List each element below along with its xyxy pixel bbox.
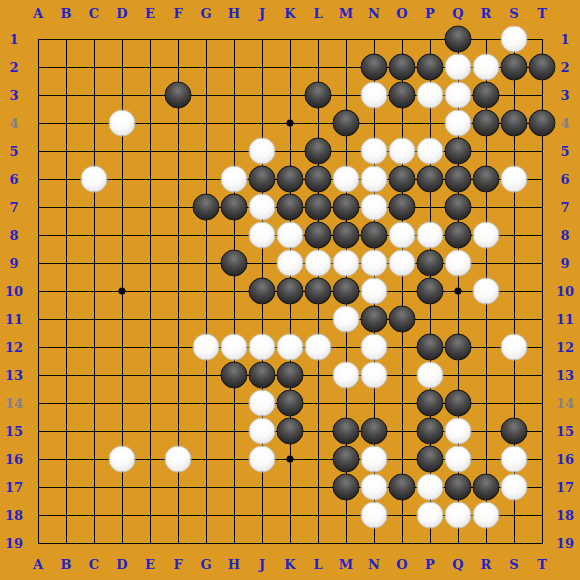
row-label-right-11: 11 — [556, 313, 574, 326]
stone-white-C6[interactable] — [81, 166, 108, 193]
col-label-bottom-M: M — [339, 558, 353, 571]
stone-black-K14[interactable] — [277, 390, 304, 417]
stone-black-S4[interactable] — [501, 110, 528, 137]
stone-black-Q7[interactable] — [445, 194, 472, 221]
stone-black-O6[interactable] — [389, 166, 416, 193]
row-label-right-12: 12 — [556, 341, 574, 354]
stone-white-Q2[interactable] — [445, 54, 472, 81]
stone-white-J16[interactable] — [249, 446, 276, 473]
stone-black-O7[interactable] — [389, 194, 416, 221]
stone-black-L7[interactable] — [305, 194, 332, 221]
stone-black-M15[interactable] — [333, 418, 360, 445]
stone-white-S1[interactable] — [501, 26, 528, 53]
stone-black-H13[interactable] — [221, 362, 248, 389]
row-label-right-9: 9 — [560, 257, 569, 270]
stone-black-R4[interactable] — [473, 110, 500, 137]
row-label-right-1: 1 — [560, 33, 569, 46]
row-label-right-2: 2 — [560, 61, 569, 74]
row-label-right-18: 18 — [556, 509, 574, 522]
row-label-right-10: 10 — [556, 285, 574, 298]
stone-black-P12[interactable] — [417, 334, 444, 361]
stone-black-P2[interactable] — [417, 54, 444, 81]
grid-line-horizontal — [38, 543, 543, 544]
row-label-left-12: 12 — [5, 341, 23, 354]
stone-black-H9[interactable] — [221, 250, 248, 277]
stone-white-S6[interactable] — [501, 166, 528, 193]
stone-white-N18[interactable] — [361, 502, 388, 529]
stone-white-M13[interactable] — [333, 362, 360, 389]
stone-black-G7[interactable] — [193, 194, 220, 221]
stone-black-Q5[interactable] — [445, 138, 472, 165]
col-label-bottom-J: J — [259, 558, 265, 571]
stone-white-D4[interactable] — [109, 110, 136, 137]
stone-white-H12[interactable] — [221, 334, 248, 361]
stone-white-P3[interactable] — [417, 82, 444, 109]
row-label-left-5: 5 — [9, 145, 18, 158]
stone-white-N16[interactable] — [361, 446, 388, 473]
stone-white-O9[interactable] — [389, 250, 416, 277]
star-point-D10 — [119, 288, 126, 295]
row-label-right-13: 13 — [556, 369, 574, 382]
stone-black-Q8[interactable] — [445, 222, 472, 249]
stone-black-K13[interactable] — [277, 362, 304, 389]
stone-black-N11[interactable] — [361, 306, 388, 333]
col-label-bottom-C: C — [89, 558, 99, 571]
row-label-right-6: 6 — [560, 173, 569, 186]
stone-black-P16[interactable] — [417, 446, 444, 473]
stone-white-N3[interactable] — [361, 82, 388, 109]
stone-white-O8[interactable] — [389, 222, 416, 249]
col-label-top-O: O — [396, 7, 407, 20]
star-point-K16 — [287, 456, 294, 463]
stone-black-J13[interactable] — [249, 362, 276, 389]
row-label-left-19: 19 — [5, 537, 23, 550]
row-label-left-8: 8 — [9, 229, 18, 242]
stone-black-J10[interactable] — [249, 278, 276, 305]
stone-black-M4[interactable] — [333, 110, 360, 137]
stone-white-N17[interactable] — [361, 474, 388, 501]
col-label-top-C: C — [89, 7, 99, 20]
stone-black-T2[interactable] — [529, 54, 556, 81]
stone-white-P13[interactable] — [417, 362, 444, 389]
stone-black-F3[interactable] — [165, 82, 192, 109]
stone-white-Q16[interactable] — [445, 446, 472, 473]
stone-white-Q9[interactable] — [445, 250, 472, 277]
row-label-left-10: 10 — [5, 285, 23, 298]
row-label-right-8: 8 — [560, 229, 569, 242]
row-label-left-9: 9 — [9, 257, 18, 270]
stone-black-K7[interactable] — [277, 194, 304, 221]
stone-black-N2[interactable] — [361, 54, 388, 81]
stone-black-H7[interactable] — [221, 194, 248, 221]
col-label-bottom-P: P — [425, 558, 435, 571]
stone-black-Q14[interactable] — [445, 390, 472, 417]
stone-white-N9[interactable] — [361, 250, 388, 277]
stone-white-H6[interactable] — [221, 166, 248, 193]
col-label-bottom-T: T — [537, 558, 547, 571]
stone-black-K10[interactable] — [277, 278, 304, 305]
col-label-bottom-N: N — [368, 558, 380, 571]
col-label-bottom-A: A — [33, 558, 43, 571]
stone-black-O11[interactable] — [389, 306, 416, 333]
row-label-left-14: 14 — [5, 397, 23, 410]
row-label-left-2: 2 — [9, 61, 18, 74]
stone-black-Q1[interactable] — [445, 26, 472, 53]
stone-white-R2[interactable] — [473, 54, 500, 81]
col-label-bottom-Q: Q — [452, 558, 463, 571]
stone-white-N10[interactable] — [361, 278, 388, 305]
col-label-top-H: H — [228, 7, 240, 20]
stone-black-S15[interactable] — [501, 418, 528, 445]
stone-black-M7[interactable] — [333, 194, 360, 221]
stone-white-Q4[interactable] — [445, 110, 472, 137]
stone-black-T4[interactable] — [529, 110, 556, 137]
row-label-right-16: 16 — [556, 453, 574, 466]
stone-black-R3[interactable] — [473, 82, 500, 109]
stone-white-L12[interactable] — [305, 334, 332, 361]
col-label-top-N: N — [368, 7, 380, 20]
row-label-left-17: 17 — [5, 481, 23, 494]
stone-white-P18[interactable] — [417, 502, 444, 529]
col-label-bottom-R: R — [481, 558, 492, 571]
row-label-left-3: 3 — [9, 89, 18, 102]
stone-black-S2[interactable] — [501, 54, 528, 81]
stone-black-O17[interactable] — [389, 474, 416, 501]
row-label-right-19: 19 — [556, 537, 574, 550]
stone-black-J6[interactable] — [249, 166, 276, 193]
stone-white-Q18[interactable] — [445, 502, 472, 529]
stone-white-N12[interactable] — [361, 334, 388, 361]
star-point-Q10 — [455, 288, 462, 295]
col-label-bottom-E: E — [145, 558, 155, 571]
stone-white-K12[interactable] — [277, 334, 304, 361]
col-label-top-L: L — [313, 7, 322, 20]
col-label-top-T: T — [537, 7, 547, 20]
col-label-top-G: G — [200, 7, 211, 20]
col-label-top-J: J — [259, 7, 265, 20]
stone-black-Q17[interactable] — [445, 474, 472, 501]
stone-black-K6[interactable] — [277, 166, 304, 193]
row-label-left-7: 7 — [9, 201, 18, 214]
stone-white-J8[interactable] — [249, 222, 276, 249]
row-label-left-15: 15 — [5, 425, 23, 438]
stone-white-M9[interactable] — [333, 250, 360, 277]
row-label-right-5: 5 — [560, 145, 569, 158]
stone-black-K15[interactable] — [277, 418, 304, 445]
stone-black-N8[interactable] — [361, 222, 388, 249]
row-label-left-13: 13 — [5, 369, 23, 382]
stone-white-D16[interactable] — [109, 446, 136, 473]
stone-white-K9[interactable] — [277, 250, 304, 277]
stone-black-L5[interactable] — [305, 138, 332, 165]
stone-white-Q3[interactable] — [445, 82, 472, 109]
col-label-top-R: R — [481, 7, 492, 20]
col-label-bottom-O: O — [396, 558, 407, 571]
stone-white-F16[interactable] — [165, 446, 192, 473]
stone-white-R8[interactable] — [473, 222, 500, 249]
stone-white-P5[interactable] — [417, 138, 444, 165]
stone-black-L8[interactable] — [305, 222, 332, 249]
stone-white-R10[interactable] — [473, 278, 500, 305]
col-label-top-K: K — [284, 7, 295, 20]
col-label-top-D: D — [116, 7, 127, 20]
grid-line-horizontal — [38, 319, 543, 320]
row-label-right-7: 7 — [560, 201, 569, 214]
stone-white-J15[interactable] — [249, 418, 276, 445]
col-label-top-Q: Q — [452, 7, 463, 20]
col-label-top-B: B — [61, 7, 72, 20]
stone-white-S17[interactable] — [501, 474, 528, 501]
row-label-right-15: 15 — [556, 425, 574, 438]
row-label-left-4: 4 — [9, 117, 18, 130]
col-label-bottom-G: G — [200, 558, 211, 571]
row-label-left-1: 1 — [9, 33, 18, 46]
stone-white-J5[interactable] — [249, 138, 276, 165]
stone-black-L3[interactable] — [305, 82, 332, 109]
stone-white-P8[interactable] — [417, 222, 444, 249]
stone-black-M10[interactable] — [333, 278, 360, 305]
row-label-left-11: 11 — [5, 313, 23, 326]
stone-white-M6[interactable] — [333, 166, 360, 193]
col-label-bottom-F: F — [173, 558, 182, 571]
stone-black-R17[interactable] — [473, 474, 500, 501]
col-label-bottom-L: L — [313, 558, 322, 571]
stone-white-N7[interactable] — [361, 194, 388, 221]
stone-white-N6[interactable] — [361, 166, 388, 193]
row-label-right-17: 17 — [556, 481, 574, 494]
stone-black-P14[interactable] — [417, 390, 444, 417]
col-label-bottom-S: S — [509, 558, 518, 571]
stone-white-J7[interactable] — [249, 194, 276, 221]
col-label-bottom-B: B — [61, 558, 72, 571]
row-label-left-18: 18 — [5, 509, 23, 522]
stone-white-M11[interactable] — [333, 306, 360, 333]
stone-black-M17[interactable] — [333, 474, 360, 501]
col-label-top-E: E — [145, 7, 155, 20]
stone-black-O3[interactable] — [389, 82, 416, 109]
row-label-left-16: 16 — [5, 453, 23, 466]
stone-black-R6[interactable] — [473, 166, 500, 193]
stone-white-J14[interactable] — [249, 390, 276, 417]
stone-black-M8[interactable] — [333, 222, 360, 249]
star-point-K4 — [287, 120, 294, 127]
stone-white-P17[interactable] — [417, 474, 444, 501]
stone-white-S16[interactable] — [501, 446, 528, 473]
stone-white-K8[interactable] — [277, 222, 304, 249]
stone-white-Q15[interactable] — [445, 418, 472, 445]
stone-black-P9[interactable] — [417, 250, 444, 277]
grid-line-vertical — [402, 39, 403, 544]
stone-black-M16[interactable] — [333, 446, 360, 473]
row-label-right-3: 3 — [560, 89, 569, 102]
stone-white-N5[interactable] — [361, 138, 388, 165]
col-label-top-F: F — [173, 7, 182, 20]
col-label-top-A: A — [33, 7, 43, 20]
stone-white-L9[interactable] — [305, 250, 332, 277]
col-label-top-P: P — [425, 7, 435, 20]
col-label-bottom-K: K — [284, 558, 295, 571]
go-board-screenshot: AABBCCDDEEFFGGHHJJKKLLMMNNOOPPQQRRSSTT11… — [0, 0, 580, 580]
stone-white-G12[interactable] — [193, 334, 220, 361]
stone-black-N15[interactable] — [361, 418, 388, 445]
stone-black-L10[interactable] — [305, 278, 332, 305]
stone-black-P15[interactable] — [417, 418, 444, 445]
stone-black-Q6[interactable] — [445, 166, 472, 193]
stone-white-O5[interactable] — [389, 138, 416, 165]
stone-black-Q12[interactable] — [445, 334, 472, 361]
stone-white-R18[interactable] — [473, 502, 500, 529]
row-label-right-4: 4 — [560, 117, 569, 130]
stone-white-J12[interactable] — [249, 334, 276, 361]
stone-black-O2[interactable] — [389, 54, 416, 81]
stone-black-P6[interactable] — [417, 166, 444, 193]
col-label-top-S: S — [509, 7, 518, 20]
stone-white-N13[interactable] — [361, 362, 388, 389]
col-label-top-M: M — [339, 7, 353, 20]
stone-black-P10[interactable] — [417, 278, 444, 305]
stone-white-S12[interactable] — [501, 334, 528, 361]
row-label-left-6: 6 — [9, 173, 18, 186]
row-label-right-14: 14 — [556, 397, 574, 410]
stone-black-L6[interactable] — [305, 166, 332, 193]
col-label-bottom-D: D — [116, 558, 127, 571]
col-label-bottom-H: H — [228, 558, 240, 571]
